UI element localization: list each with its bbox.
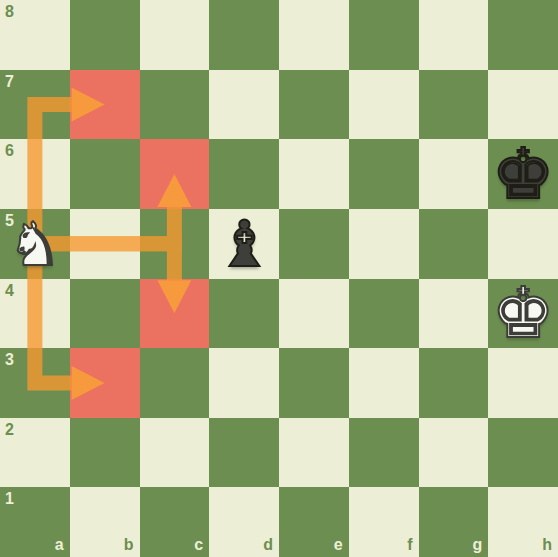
square-c1[interactable]: c [140, 487, 210, 557]
square-g1[interactable]: g [419, 487, 489, 557]
square-g5[interactable] [419, 209, 489, 279]
square-d4[interactable] [209, 279, 279, 349]
square-f6[interactable] [349, 139, 419, 209]
square-c6[interactable] [140, 139, 210, 209]
square-a7[interactable]: 7 [0, 70, 70, 140]
square-b8[interactable] [70, 0, 140, 70]
rank-label-4: 4 [5, 283, 14, 299]
rank-label-6: 6 [5, 143, 14, 159]
square-c2[interactable] [140, 418, 210, 488]
square-c3[interactable] [140, 348, 210, 418]
square-g6[interactable] [419, 139, 489, 209]
file-label-e: e [334, 537, 343, 553]
rank-label-8: 8 [5, 4, 14, 20]
square-h3[interactable] [488, 348, 558, 418]
square-c7[interactable] [140, 70, 210, 140]
rank-label-2: 2 [5, 422, 14, 438]
square-c4[interactable] [140, 279, 210, 349]
chess-board: 87654321abcdefgh [0, 0, 558, 557]
square-c8[interactable] [140, 0, 210, 70]
square-g3[interactable] [419, 348, 489, 418]
square-c5[interactable] [140, 209, 210, 279]
piece-white-knight-a5[interactable]: ♞ [0, 209, 70, 279]
square-e4[interactable] [279, 279, 349, 349]
square-f7[interactable] [349, 70, 419, 140]
square-b5[interactable] [70, 209, 140, 279]
square-e3[interactable] [279, 348, 349, 418]
square-e7[interactable] [279, 70, 349, 140]
square-d7[interactable] [209, 70, 279, 140]
square-e5[interactable] [279, 209, 349, 279]
square-f2[interactable] [349, 418, 419, 488]
square-h5[interactable] [488, 209, 558, 279]
square-g8[interactable] [419, 0, 489, 70]
square-e6[interactable] [279, 139, 349, 209]
square-b1[interactable]: b [70, 487, 140, 557]
square-d1[interactable]: d [209, 487, 279, 557]
square-d2[interactable] [209, 418, 279, 488]
square-g2[interactable] [419, 418, 489, 488]
square-h1[interactable]: h [488, 487, 558, 557]
square-d6[interactable] [209, 139, 279, 209]
file-label-g: g [472, 537, 482, 553]
piece-black-bishop-d5[interactable]: ♝ [209, 209, 279, 279]
square-a4[interactable]: 4 [0, 279, 70, 349]
square-a8[interactable]: 8 [0, 0, 70, 70]
file-label-d: d [263, 537, 273, 553]
file-label-c: c [194, 537, 203, 553]
square-f5[interactable] [349, 209, 419, 279]
square-d3[interactable] [209, 348, 279, 418]
square-f1[interactable]: f [349, 487, 419, 557]
square-b6[interactable] [70, 139, 140, 209]
rank-label-1: 1 [5, 491, 14, 507]
square-b3[interactable] [70, 348, 140, 418]
piece-white-king-h4[interactable]: ♚ [488, 279, 558, 349]
rank-label-7: 7 [5, 74, 14, 90]
square-b7[interactable] [70, 70, 140, 140]
square-h8[interactable] [488, 0, 558, 70]
square-h7[interactable] [488, 70, 558, 140]
square-g4[interactable] [419, 279, 489, 349]
square-d8[interactable] [209, 0, 279, 70]
square-f3[interactable] [349, 348, 419, 418]
piece-black-king-h6[interactable]: ♚ [488, 139, 558, 209]
square-a6[interactable]: 6 [0, 139, 70, 209]
rank-label-3: 3 [5, 352, 14, 368]
square-a1[interactable]: 1a [0, 487, 70, 557]
square-h2[interactable] [488, 418, 558, 488]
square-b2[interactable] [70, 418, 140, 488]
square-e1[interactable]: e [279, 487, 349, 557]
square-f8[interactable] [349, 0, 419, 70]
square-b4[interactable] [70, 279, 140, 349]
file-label-b: b [124, 537, 134, 553]
square-e8[interactable] [279, 0, 349, 70]
file-label-f: f [407, 537, 412, 553]
square-g7[interactable] [419, 70, 489, 140]
chess-board-app: 87654321abcdefgh ♞♝♚♚ [0, 0, 558, 557]
square-a2[interactable]: 2 [0, 418, 70, 488]
square-e2[interactable] [279, 418, 349, 488]
square-a3[interactable]: 3 [0, 348, 70, 418]
square-f4[interactable] [349, 279, 419, 349]
file-label-a: a [55, 537, 64, 553]
file-label-h: h [542, 537, 552, 553]
